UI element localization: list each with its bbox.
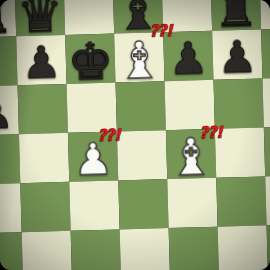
blunder-annotation-white-bishop-d7: ??! bbox=[149, 23, 172, 40]
annotations-layer: ??!??!??! bbox=[0, 0, 270, 270]
blunder-annotation-white-pawn-c5: ??! bbox=[97, 127, 120, 144]
video-frame[interactable]: ♜♛♝♜♟♚♝♟♟♟♟♝ ??!??!??! bbox=[0, 0, 270, 270]
blunder-annotation-white-bishop-e5: ??! bbox=[199, 125, 222, 142]
board-rotor: ♜♛♝♜♟♚♝♟♟♟♟♝ ??!??!??! bbox=[0, 0, 270, 270]
